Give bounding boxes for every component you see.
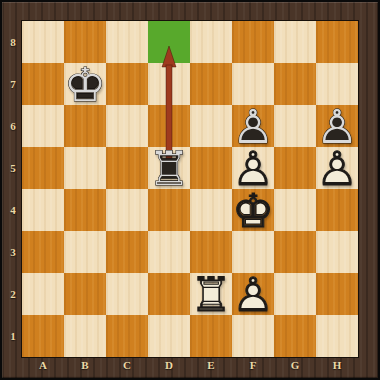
piece-white-pawn-h5[interactable]: ♟♙ xyxy=(316,147,358,189)
rank-label-7: 7 xyxy=(10,78,16,90)
rank-label-6: 6 xyxy=(10,120,16,132)
rank-label-1: 1 xyxy=(10,330,16,342)
pieces-layer: ♚♔♟♙♟♙♜♖♟♙♟♙♚♔♜♖♟♙ xyxy=(22,21,358,357)
piece-black-king-b7[interactable]: ♚♔ xyxy=(64,63,106,105)
file-label-g: G xyxy=(291,359,300,371)
white-king-outline-glyph: ♔ xyxy=(232,189,274,231)
chess-board[interactable]: ♚♔♟♙♟♙♜♖♟♙♟♙♚♔♜♖♟♙ xyxy=(22,21,358,357)
piece-white-rook-e2[interactable]: ♜♖ xyxy=(190,273,232,315)
rank-label-3: 3 xyxy=(10,246,16,258)
rank-label-4: 4 xyxy=(10,204,16,216)
rank-label-8: 8 xyxy=(10,36,16,48)
white-rook-outline-glyph: ♖ xyxy=(190,273,232,315)
white-pawn-outline-glyph: ♙ xyxy=(232,273,274,315)
rank-label-5: 5 xyxy=(10,162,16,174)
file-label-h: H xyxy=(333,359,342,371)
file-label-c: C xyxy=(123,359,131,371)
piece-white-pawn-f2[interactable]: ♟♙ xyxy=(232,273,274,315)
file-label-a: A xyxy=(39,359,47,371)
file-label-f: F xyxy=(250,359,257,371)
black-rook-outline-glyph: ♖ xyxy=(148,147,190,189)
file-label-b: B xyxy=(81,359,88,371)
file-label-e: E xyxy=(207,359,214,371)
white-pawn-outline-glyph: ♙ xyxy=(316,147,358,189)
rank-label-2: 2 xyxy=(10,288,16,300)
piece-white-king-f4[interactable]: ♚♔ xyxy=(232,189,274,231)
piece-black-rook-d5[interactable]: ♜♖ xyxy=(148,147,190,189)
file-label-d: D xyxy=(165,359,173,371)
black-king-outline-glyph: ♔ xyxy=(64,63,106,105)
chess-app-window: ♚♔♟♙♟♙♜♖♟♙♟♙♚♔♜♖♟♙ 87654321 ABCDEFGH xyxy=(0,0,380,380)
